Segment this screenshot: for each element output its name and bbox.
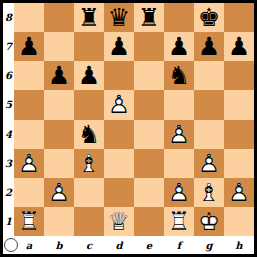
square-d8[interactable]: ♛: [104, 3, 134, 32]
piece-outline: ♕: [108, 207, 130, 236]
square-e5[interactable]: [134, 90, 164, 119]
rank-label-7: 7: [3, 32, 14, 61]
rank-label-2: 2: [3, 178, 14, 207]
square-a6[interactable]: [14, 61, 44, 90]
square-b4[interactable]: [44, 120, 74, 149]
piece-outline: ♗: [78, 149, 100, 178]
square-a3[interactable]: ♟♙: [14, 149, 44, 178]
file-label-g: g: [194, 236, 224, 254]
black-king-g8[interactable]: ♚: [198, 5, 220, 30]
square-c3[interactable]: ♝♗: [74, 149, 104, 178]
square-h8[interactable]: [224, 3, 254, 32]
square-h1[interactable]: [224, 207, 254, 236]
square-e2[interactable]: [134, 178, 164, 207]
square-b5[interactable]: [44, 90, 74, 119]
square-h4[interactable]: [224, 120, 254, 149]
square-g1[interactable]: ♚♔: [194, 207, 224, 236]
black-pawn-d7[interactable]: ♟: [108, 34, 130, 59]
square-e7[interactable]: [134, 32, 164, 61]
square-f5[interactable]: [164, 90, 194, 119]
black-queen-d8[interactable]: ♛: [108, 5, 130, 30]
file-labels: abcdefgh: [14, 236, 254, 254]
white-rook-a1[interactable]: ♜♖: [18, 209, 40, 234]
square-a5[interactable]: [14, 90, 44, 119]
square-c1[interactable]: [74, 207, 104, 236]
square-d7[interactable]: ♟: [104, 32, 134, 61]
square-d3[interactable]: [104, 149, 134, 178]
file-label-b: b: [44, 236, 74, 254]
square-f8[interactable]: [164, 3, 194, 32]
rank-label-8: 8: [3, 3, 14, 32]
rank-label-3: 3: [3, 149, 14, 178]
piece-outline: ♙: [48, 178, 70, 207]
piece-outline: ♖: [168, 207, 190, 236]
square-f1[interactable]: ♜♖: [164, 207, 194, 236]
file-label-c: c: [74, 236, 104, 254]
chess-diagram: ♜♛♜♚♟♟♟♟♟♟♟♞♟♙♞♟♙♟♙♝♗♟♙♟♙♟♙♝♗♟♙♜♖♛♕♜♖♚♔ …: [0, 0, 257, 257]
square-a7[interactable]: ♟: [14, 32, 44, 61]
square-d5[interactable]: ♟♙: [104, 90, 134, 119]
square-f2[interactable]: ♟♙: [164, 178, 194, 207]
black-rook-e8[interactable]: ♜: [138, 5, 160, 30]
square-d2[interactable]: [104, 178, 134, 207]
square-f6[interactable]: ♞: [164, 61, 194, 90]
black-pawn-f7[interactable]: ♟: [168, 34, 190, 59]
square-h3[interactable]: [224, 149, 254, 178]
square-d1[interactable]: ♛♕: [104, 207, 134, 236]
square-f7[interactable]: ♟: [164, 32, 194, 61]
white-pawn-d5[interactable]: ♟♙: [108, 92, 130, 117]
square-c6[interactable]: ♟: [74, 61, 104, 90]
black-pawn-c6[interactable]: ♟: [78, 63, 100, 88]
piece-outline: ♔: [198, 207, 220, 236]
square-a4[interactable]: [14, 120, 44, 149]
square-f3[interactable]: [164, 149, 194, 178]
white-king-g1[interactable]: ♚♔: [198, 209, 220, 234]
square-b1[interactable]: [44, 207, 74, 236]
square-e4[interactable]: [134, 120, 164, 149]
file-label-a: a: [14, 236, 44, 254]
white-pawn-f2[interactable]: ♟♙: [168, 180, 190, 205]
square-e1[interactable]: [134, 207, 164, 236]
square-h5[interactable]: [224, 90, 254, 119]
square-c2[interactable]: [74, 178, 104, 207]
file-label-e: e: [134, 236, 164, 254]
piece-outline: ♙: [228, 178, 250, 207]
white-pawn-h2[interactable]: ♟♙: [228, 180, 250, 205]
white-to-move-indicator: [4, 238, 18, 252]
black-rook-c8[interactable]: ♜: [78, 5, 100, 30]
chess-board: ♜♛♜♚♟♟♟♟♟♟♟♞♟♙♞♟♙♟♙♝♗♟♙♟♙♟♙♝♗♟♙♜♖♛♕♜♖♚♔: [14, 3, 254, 236]
square-a8[interactable]: [14, 3, 44, 32]
square-g3[interactable]: ♟♙: [194, 149, 224, 178]
black-knight-c4[interactable]: ♞: [78, 122, 100, 147]
square-c5[interactable]: [74, 90, 104, 119]
piece-outline: ♖: [18, 207, 40, 236]
square-e6[interactable]: [134, 61, 164, 90]
piece-outline: ♙: [168, 178, 190, 207]
square-c7[interactable]: [74, 32, 104, 61]
square-h7[interactable]: ♟: [224, 32, 254, 61]
piece-outline: ♙: [18, 149, 40, 178]
black-pawn-a7[interactable]: ♟: [18, 34, 40, 59]
white-rook-f1[interactable]: ♜♖: [168, 209, 190, 234]
square-g7[interactable]: ♟: [194, 32, 224, 61]
square-d4[interactable]: [104, 120, 134, 149]
square-b8[interactable]: [44, 3, 74, 32]
white-queen-d1[interactable]: ♛♕: [108, 209, 130, 234]
square-a2[interactable]: [14, 178, 44, 207]
square-g8[interactable]: ♚: [194, 3, 224, 32]
white-pawn-b2[interactable]: ♟♙: [48, 180, 70, 205]
square-h2[interactable]: ♟♙: [224, 178, 254, 207]
black-pawn-b6[interactable]: ♟: [48, 63, 70, 88]
square-g5[interactable]: [194, 90, 224, 119]
white-pawn-a3[interactable]: ♟♙: [18, 151, 40, 176]
square-g6[interactable]: [194, 61, 224, 90]
file-label-f: f: [164, 236, 194, 254]
white-pawn-f4[interactable]: ♟♙: [168, 122, 190, 147]
square-c4[interactable]: ♞: [74, 120, 104, 149]
square-f4[interactable]: ♟♙: [164, 120, 194, 149]
rank-labels: 87654321: [3, 3, 14, 236]
rank-label-5: 5: [3, 90, 14, 119]
piece-outline: ♙: [168, 120, 190, 149]
piece-outline: ♙: [108, 90, 130, 119]
square-e3[interactable]: [134, 149, 164, 178]
black-pawn-g7[interactable]: ♟: [198, 34, 220, 59]
square-b3[interactable]: [44, 149, 74, 178]
file-label-d: d: [104, 236, 134, 254]
square-g2[interactable]: ♝♗: [194, 178, 224, 207]
white-bishop-g2[interactable]: ♝♗: [198, 180, 220, 205]
piece-outline: ♗: [198, 178, 220, 207]
piece-outline: ♙: [198, 149, 220, 178]
rank-label-1: 1: [3, 207, 14, 236]
rank-label-6: 6: [3, 61, 14, 90]
square-e8[interactable]: ♜: [134, 3, 164, 32]
rank-label-4: 4: [3, 120, 14, 149]
white-pawn-g3[interactable]: ♟♙: [198, 151, 220, 176]
file-label-h: h: [224, 236, 254, 254]
square-b7[interactable]: [44, 32, 74, 61]
black-knight-f6[interactable]: ♞: [168, 63, 190, 88]
square-c8[interactable]: ♜: [74, 3, 104, 32]
white-bishop-c3[interactable]: ♝♗: [78, 151, 100, 176]
square-b6[interactable]: ♟: [44, 61, 74, 90]
black-pawn-h7[interactable]: ♟: [228, 34, 250, 59]
square-b2[interactable]: ♟♙: [44, 178, 74, 207]
square-h6[interactable]: [224, 61, 254, 90]
square-a1[interactable]: ♜♖: [14, 207, 44, 236]
square-d6[interactable]: [104, 61, 134, 90]
square-g4[interactable]: [194, 120, 224, 149]
